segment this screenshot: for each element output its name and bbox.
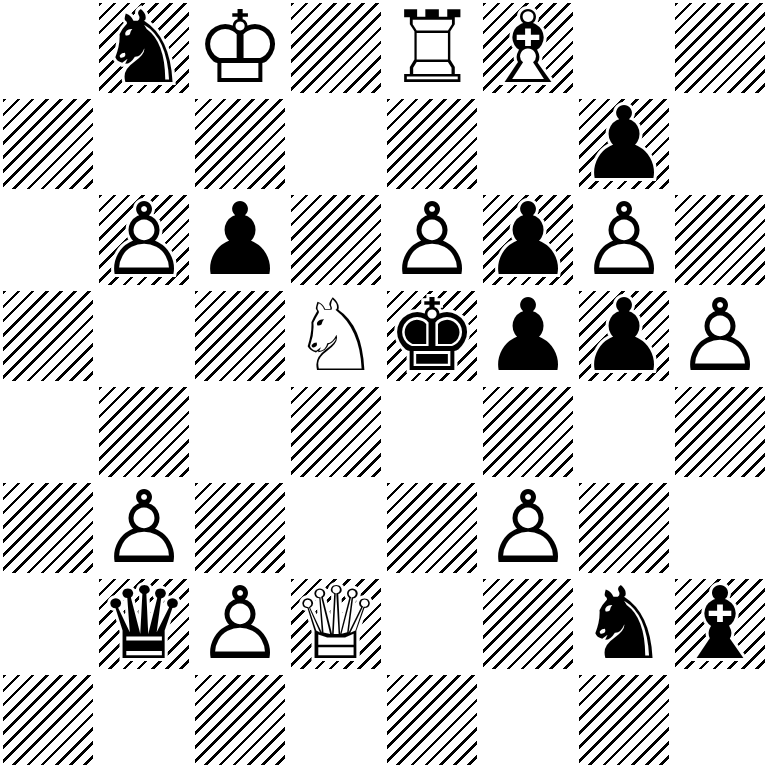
square-c2[interactable]: ♟♙: [192, 576, 288, 672]
piece-glyph: ♟: [579, 96, 669, 192]
square-f8[interactable]: ♝♗: [480, 0, 576, 96]
square-a4[interactable]: [0, 384, 96, 480]
square-a2[interactable]: [0, 576, 96, 672]
square-c6[interactable]: ♟♟: [192, 192, 288, 288]
square-d5[interactable]: ♞♘: [288, 288, 384, 384]
piece-black-queen[interactable]: ♛♛: [99, 576, 189, 672]
square-b1[interactable]: [96, 672, 192, 768]
square-a7[interactable]: [0, 96, 96, 192]
square-a8[interactable]: [0, 0, 96, 96]
square-e2[interactable]: [384, 576, 480, 672]
piece-glyph: ♙: [99, 480, 189, 576]
piece-glyph: ♔: [195, 0, 285, 96]
square-b7[interactable]: [96, 96, 192, 192]
square-f2[interactable]: [480, 576, 576, 672]
piece-black-knight[interactable]: ♞♞: [576, 576, 672, 672]
square-c8[interactable]: ♚♔: [192, 0, 288, 96]
piece-glyph: ♙: [195, 576, 285, 672]
square-a5[interactable]: [0, 288, 96, 384]
square-g3[interactable]: [576, 480, 672, 576]
square-d4[interactable]: [288, 384, 384, 480]
square-f5[interactable]: ♟♟: [480, 288, 576, 384]
chess-board: ♞♞♚♔♜♖♝♗♟♟♟♙♟♟♟♙♟♟♟♙♞♘♚♚♟♟♟♟♟♙♟♙♟♙♛♛♟♙♛♕…: [0, 0, 768, 768]
square-d1[interactable]: [288, 672, 384, 768]
piece-black-pawn[interactable]: ♟♟: [579, 96, 669, 192]
square-b6[interactable]: ♟♙: [96, 192, 192, 288]
square-h1[interactable]: [672, 672, 768, 768]
piece-white-pawn[interactable]: ♟♙: [384, 192, 480, 288]
piece-glyph: ♖: [387, 0, 477, 96]
square-h6[interactable]: [672, 192, 768, 288]
square-d2[interactable]: ♛♕: [288, 576, 384, 672]
square-e8[interactable]: ♜♖: [384, 0, 480, 96]
square-e5[interactable]: ♚♚: [384, 288, 480, 384]
piece-glyph: ♞: [579, 576, 669, 672]
square-b8[interactable]: ♞♞: [96, 0, 192, 96]
piece-white-pawn[interactable]: ♟♙: [96, 480, 192, 576]
square-f4[interactable]: [480, 384, 576, 480]
square-d6[interactable]: [288, 192, 384, 288]
piece-glyph: ♝: [675, 576, 765, 672]
piece-black-pawn[interactable]: ♟♟: [480, 288, 576, 384]
piece-black-pawn[interactable]: ♟♟: [483, 192, 573, 288]
piece-white-bishop[interactable]: ♝♗: [483, 0, 573, 96]
square-b4[interactable]: [96, 384, 192, 480]
square-d8[interactable]: [288, 0, 384, 96]
square-c4[interactable]: [192, 384, 288, 480]
piece-white-pawn[interactable]: ♟♙: [672, 288, 768, 384]
piece-glyph: ♞: [99, 0, 189, 96]
piece-glyph: ♟: [483, 288, 573, 384]
square-g4[interactable]: [576, 384, 672, 480]
piece-white-knight[interactable]: ♞♘: [288, 288, 384, 384]
square-d3[interactable]: [288, 480, 384, 576]
piece-glyph: ♙: [387, 192, 477, 288]
square-h2[interactable]: ♝♝: [672, 576, 768, 672]
piece-glyph: ♕: [291, 576, 381, 672]
square-b3[interactable]: ♟♙: [96, 480, 192, 576]
square-b5[interactable]: [96, 288, 192, 384]
square-d7[interactable]: [288, 96, 384, 192]
square-f6[interactable]: ♟♟: [480, 192, 576, 288]
square-f1[interactable]: [480, 672, 576, 768]
piece-black-pawn[interactable]: ♟♟: [192, 192, 288, 288]
piece-black-knight[interactable]: ♞♞: [99, 0, 189, 96]
piece-glyph: ♗: [483, 0, 573, 96]
piece-glyph: ♙: [483, 480, 573, 576]
square-g8[interactable]: [576, 0, 672, 96]
square-g1[interactable]: [576, 672, 672, 768]
piece-glyph: ♙: [675, 288, 765, 384]
square-a3[interactable]: [0, 480, 96, 576]
piece-black-king[interactable]: ♚♚: [387, 288, 477, 384]
square-c5[interactable]: [192, 288, 288, 384]
piece-black-pawn[interactable]: ♟♟: [579, 288, 669, 384]
square-e6[interactable]: ♟♙: [384, 192, 480, 288]
piece-white-pawn[interactable]: ♟♙: [99, 192, 189, 288]
square-e1[interactable]: [384, 672, 480, 768]
square-h4[interactable]: [672, 384, 768, 480]
piece-glyph: ♟: [579, 288, 669, 384]
square-h8[interactable]: [672, 0, 768, 96]
square-g5[interactable]: ♟♟: [576, 288, 672, 384]
square-g2[interactable]: ♞♞: [576, 576, 672, 672]
piece-white-pawn[interactable]: ♟♙: [192, 576, 288, 672]
piece-white-pawn[interactable]: ♟♙: [576, 192, 672, 288]
square-b2[interactable]: ♛♛: [96, 576, 192, 672]
square-a6[interactable]: [0, 192, 96, 288]
square-f3[interactable]: ♟♙: [480, 480, 576, 576]
piece-white-pawn[interactable]: ♟♙: [480, 480, 576, 576]
square-g7[interactable]: ♟♟: [576, 96, 672, 192]
square-c7[interactable]: [192, 96, 288, 192]
square-e3[interactable]: [384, 480, 480, 576]
piece-glyph: ♙: [99, 192, 189, 288]
square-h3[interactable]: [672, 480, 768, 576]
piece-white-king[interactable]: ♚♔: [192, 0, 288, 96]
square-a1[interactable]: [0, 672, 96, 768]
piece-glyph: ♟: [195, 192, 285, 288]
piece-glyph: ♚: [387, 288, 477, 384]
square-f7[interactable]: [480, 96, 576, 192]
piece-white-queen[interactable]: ♛♕: [291, 576, 381, 672]
square-h7[interactable]: [672, 96, 768, 192]
square-h5[interactable]: ♟♙: [672, 288, 768, 384]
square-c3[interactable]: [192, 480, 288, 576]
piece-glyph: ♘: [291, 288, 381, 384]
square-c1[interactable]: [192, 672, 288, 768]
piece-black-bishop[interactable]: ♝♝: [675, 576, 765, 672]
piece-glyph: ♙: [579, 192, 669, 288]
square-e4[interactable]: [384, 384, 480, 480]
piece-glyph: ♛: [99, 576, 189, 672]
square-e7[interactable]: [384, 96, 480, 192]
square-g6[interactable]: ♟♙: [576, 192, 672, 288]
piece-white-rook[interactable]: ♜♖: [384, 0, 480, 96]
piece-glyph: ♟: [483, 192, 573, 288]
